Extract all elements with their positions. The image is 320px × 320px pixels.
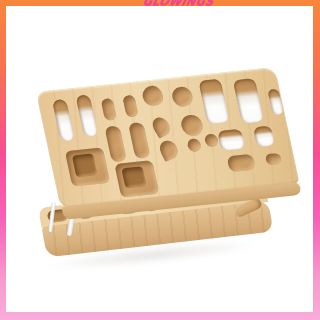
pin-pin: [48, 202, 56, 232]
hole-rect: [253, 126, 275, 148]
gradient-border-frame: GLOWINGS: [0, 0, 320, 320]
hole-rect: [217, 129, 245, 151]
hole-slot-h: [265, 153, 282, 165]
hole-slot-h: [227, 154, 256, 172]
hole-square: [65, 147, 110, 186]
photo-canvas: [6, 6, 313, 312]
hole-teardrop: [157, 138, 181, 162]
top-plate: [36, 67, 302, 221]
wooden-organizer-product: [6, 6, 313, 312]
hole-slot-v: [104, 125, 126, 162]
hole-teardrop: [149, 115, 173, 139]
hole-slot-v: [75, 94, 98, 137]
hole-circle: [179, 114, 204, 137]
pocket-inner: [121, 166, 146, 188]
hole-circle: [170, 86, 194, 108]
hole-slot-v: [52, 99, 75, 142]
hole-blob: [141, 85, 165, 107]
hole-slot-v: [101, 98, 118, 121]
hole-slot-v: [128, 122, 150, 159]
hole-square: [114, 160, 159, 197]
hole-slot-v: [122, 95, 139, 118]
watermark-text: GLOWINGS: [141, 0, 215, 8]
hole-slot-v: [198, 79, 229, 125]
hole-circle: [204, 133, 220, 147]
hole-slot-v: [233, 78, 264, 124]
hole-circle: [186, 138, 202, 152]
pocket-inner: [72, 153, 98, 176]
